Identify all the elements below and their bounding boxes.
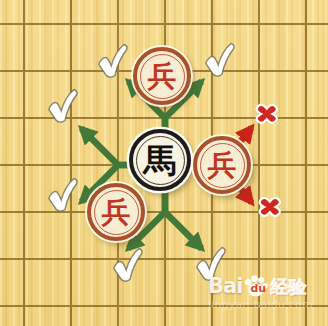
grid-cell <box>119 25 166 72</box>
grid-cell <box>166 307 213 326</box>
grid-cell <box>25 307 72 326</box>
grid-cell <box>260 25 307 72</box>
grid-cell <box>0 213 25 260</box>
grid-cell <box>260 260 307 307</box>
grid-cell <box>72 260 119 307</box>
grid-cell <box>25 25 72 72</box>
grid-cell <box>213 0 260 25</box>
grid-cell <box>119 0 166 25</box>
grid-cell <box>307 25 328 72</box>
grid-cell <box>260 72 307 119</box>
grid-cell <box>72 25 119 72</box>
grid-cell <box>119 307 166 326</box>
grid-cell <box>25 260 72 307</box>
grid-cell <box>25 119 72 166</box>
grid-cell <box>72 307 119 326</box>
grid-cell <box>307 260 328 307</box>
grid-cell <box>260 307 307 326</box>
grid-cell <box>213 72 260 119</box>
grid-cell <box>0 0 25 25</box>
grid-cell <box>213 307 260 326</box>
grid-cell <box>25 0 72 25</box>
grid-cell <box>0 260 25 307</box>
grid-cell <box>307 119 328 166</box>
grid-cell <box>260 0 307 25</box>
grid-cell <box>72 0 119 25</box>
grid-cell <box>25 72 72 119</box>
grid-cell <box>72 166 119 213</box>
grid-cell <box>166 0 213 25</box>
grid-cell <box>119 166 166 213</box>
grid-cell <box>307 166 328 213</box>
grid-cell <box>213 25 260 72</box>
grid-cell <box>25 166 72 213</box>
grid-cell <box>72 119 119 166</box>
grid-cell <box>0 25 25 72</box>
grid-cell <box>307 72 328 119</box>
grid-cell <box>213 166 260 213</box>
grid-cell <box>119 119 166 166</box>
grid-cell <box>0 119 25 166</box>
xiangqi-tutorial-diagram: 馬兵兵兵 Bai <box>0 0 328 326</box>
grid-cell <box>166 166 213 213</box>
grid-cell <box>72 72 119 119</box>
grid-cell <box>307 0 328 25</box>
grid-cell <box>166 260 213 307</box>
grid-cell <box>213 213 260 260</box>
grid-cell <box>307 213 328 260</box>
grid-cell <box>0 307 25 326</box>
grid-cell <box>0 166 25 213</box>
grid-cell <box>307 307 328 326</box>
grid-cell <box>119 260 166 307</box>
grid-cell <box>260 213 307 260</box>
grid-cell <box>213 260 260 307</box>
grid-cell <box>166 213 213 260</box>
grid-cell <box>166 72 213 119</box>
grid-cell <box>213 119 260 166</box>
grid-cell <box>119 213 166 260</box>
grid-cell <box>72 213 119 260</box>
grid-cell <box>166 119 213 166</box>
grid-cell <box>260 166 307 213</box>
grid-cell <box>119 72 166 119</box>
grid-cell <box>25 213 72 260</box>
grid-cell <box>0 72 25 119</box>
grid-cell <box>166 25 213 72</box>
grid-cell <box>260 119 307 166</box>
board-grid <box>0 0 328 326</box>
